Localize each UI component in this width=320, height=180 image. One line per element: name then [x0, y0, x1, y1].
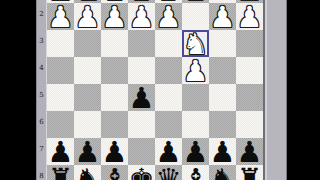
rank-label-4: 4 — [36, 64, 47, 72]
black-bishop-c8: ♝ — [183, 166, 209, 180]
square-f2[interactable]: ♟ — [101, 3, 128, 30]
black-knight-g8: ♞ — [75, 166, 101, 180]
white-pawn-b2: ♟ — [210, 4, 236, 31]
square-h3[interactable] — [47, 30, 74, 57]
square-h8[interactable]: ♜ — [47, 165, 74, 180]
white-pawn-d2: ♟ — [156, 4, 182, 31]
square-c4[interactable]: ♟ — [182, 57, 209, 84]
square-f3[interactable] — [101, 30, 128, 57]
square-g5[interactable] — [74, 84, 101, 111]
left-black-bar — [0, 0, 36, 180]
square-a7[interactable]: ♟ — [236, 138, 263, 165]
white-pawn-a2: ♟ — [237, 4, 263, 31]
rank-label-5: 5 — [36, 91, 47, 99]
square-e5[interactable]: ♟ — [128, 84, 155, 111]
square-g4[interactable] — [74, 57, 101, 84]
square-c7[interactable]: ♟ — [182, 138, 209, 165]
square-e8[interactable]: ♚ — [128, 165, 155, 180]
square-a3[interactable] — [236, 30, 263, 57]
square-d4[interactable] — [155, 57, 182, 84]
square-b6[interactable] — [209, 111, 236, 138]
square-e4[interactable] — [128, 57, 155, 84]
right-window-margin — [265, 0, 287, 180]
square-e2[interactable]: ♟ — [128, 3, 155, 30]
square-a4[interactable] — [236, 57, 263, 84]
white-pawn-f2: ♟ — [102, 4, 128, 31]
square-c2[interactable] — [182, 3, 209, 30]
white-pawn-e2: ♟ — [129, 4, 155, 31]
square-b4[interactable] — [209, 57, 236, 84]
square-f7[interactable]: ♟ — [101, 138, 128, 165]
square-d8[interactable]: ♛ — [155, 165, 182, 180]
square-b5[interactable] — [209, 84, 236, 111]
white-pawn-c4: ♟ — [183, 58, 209, 85]
square-f4[interactable] — [101, 57, 128, 84]
black-pawn-e5: ♟ — [129, 85, 155, 112]
square-d3[interactable] — [155, 30, 182, 57]
chess-app-viewport: 12345678 ♜♞♝♚♛♝♜♟♟♟♟♟♟♟♞♟♟♟♟♟♟♟♟♟♜♞♝♚♛♝♞… — [0, 0, 320, 180]
square-d2[interactable]: ♟ — [155, 3, 182, 30]
square-e6[interactable] — [128, 111, 155, 138]
square-g6[interactable] — [74, 111, 101, 138]
square-c6[interactable] — [182, 111, 209, 138]
rank-label-3: 3 — [36, 37, 47, 45]
rank-label-2: 2 — [36, 10, 47, 18]
right-black-bar — [287, 0, 320, 180]
rank-label-8: 8 — [36, 172, 47, 180]
black-bishop-f8: ♝ — [102, 166, 128, 180]
square-g8[interactable]: ♞ — [74, 165, 101, 180]
square-h4[interactable] — [47, 57, 74, 84]
square-a8[interactable]: ♜ — [236, 165, 263, 180]
square-b7[interactable]: ♟ — [209, 138, 236, 165]
square-e3[interactable] — [128, 30, 155, 57]
square-b2[interactable]: ♟ — [209, 3, 236, 30]
square-c3[interactable]: ♞ — [182, 30, 209, 57]
square-a6[interactable] — [236, 111, 263, 138]
square-b3[interactable] — [209, 30, 236, 57]
square-f6[interactable] — [101, 111, 128, 138]
white-pawn-h2: ♟ — [48, 4, 74, 31]
square-c5[interactable] — [182, 84, 209, 111]
square-h2[interactable]: ♟ — [47, 3, 74, 30]
square-d7[interactable]: ♟ — [155, 138, 182, 165]
square-e7[interactable] — [128, 138, 155, 165]
square-a5[interactable] — [236, 84, 263, 111]
black-knight-b8: ♞ — [210, 166, 236, 180]
square-h5[interactable] — [47, 84, 74, 111]
square-g2[interactable]: ♟ — [74, 3, 101, 30]
square-h6[interactable] — [47, 111, 74, 138]
square-f8[interactable]: ♝ — [101, 165, 128, 180]
black-queen-d8: ♛ — [156, 166, 182, 180]
square-b8[interactable]: ♞ — [209, 165, 236, 180]
black-rook-a8: ♜ — [237, 166, 263, 180]
square-h7[interactable]: ♟ — [47, 138, 74, 165]
square-d6[interactable] — [155, 111, 182, 138]
rank-label-7: 7 — [36, 145, 47, 153]
black-king-e8: ♚ — [129, 166, 155, 180]
rank-coordinate-strip: 12345678 — [36, 0, 47, 180]
square-d5[interactable] — [155, 84, 182, 111]
square-g3[interactable] — [74, 30, 101, 57]
rank-label-6: 6 — [36, 118, 47, 126]
square-g7[interactable]: ♟ — [74, 138, 101, 165]
square-c8[interactable]: ♝ — [182, 165, 209, 180]
white-pawn-g2: ♟ — [75, 4, 101, 31]
square-a2[interactable]: ♟ — [236, 3, 263, 30]
black-rook-h8: ♜ — [48, 166, 74, 180]
square-f5[interactable] — [101, 84, 128, 111]
chess-board: ♜♞♝♚♛♝♜♟♟♟♟♟♟♟♞♟♟♟♟♟♟♟♟♟♜♞♝♚♛♝♞♜ — [47, 0, 265, 180]
